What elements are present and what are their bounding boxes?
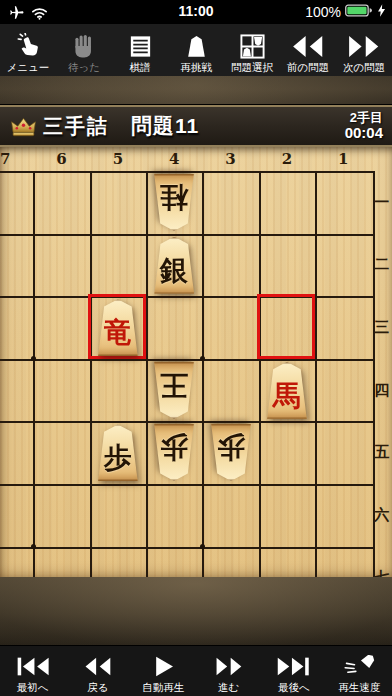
- file-label-2: 2: [259, 147, 315, 171]
- square-34[interactable]: [204, 361, 260, 424]
- rewind-icon: [289, 31, 326, 61]
- square-25[interactable]: [261, 423, 317, 486]
- piece-glyph: 歩: [104, 433, 132, 472]
- toolbar-item-back[interactable]: 戻る: [65, 646, 130, 696]
- toolbar-item-label: 再生速度: [338, 681, 380, 693]
- skip-end-icon: [276, 651, 311, 681]
- toolbar-item-speed[interactable]: 再生速度: [327, 646, 392, 696]
- square-64[interactable]: [35, 361, 91, 424]
- piece-glyph: 歩: [160, 433, 188, 472]
- toolbar-item-label: 進む: [218, 681, 239, 693]
- square-47[interactable]: [148, 549, 204, 577]
- problem-header: 三手詰 問題11 2手目 00:04: [0, 105, 392, 147]
- square-46[interactable]: [148, 486, 204, 549]
- square-63[interactable]: [35, 298, 91, 361]
- square-77[interactable]: [0, 549, 35, 577]
- grid-pieces-icon: [239, 31, 266, 61]
- square-61[interactable]: [35, 173, 91, 236]
- toolbar-item-label: 最初へ: [17, 681, 49, 693]
- toolbar-item-label: 最後へ: [278, 681, 310, 693]
- toolbar-item-kifu[interactable]: 棋譜: [112, 24, 168, 76]
- toolbar-item-label: 戻る: [87, 681, 108, 693]
- open-hand-icon: [71, 31, 98, 61]
- square-73[interactable]: [0, 298, 35, 361]
- square-75[interactable]: [0, 423, 35, 486]
- app-screen: 11:00 100% メニュー待った棋譜再挑戦問題選択前の問題次の問題: [0, 0, 392, 696]
- square-22[interactable]: [261, 236, 317, 299]
- toolbar-item-undo[interactable]: 待った: [56, 24, 112, 76]
- problem-category: 三手詰: [43, 113, 109, 140]
- file-label-5: 5: [90, 147, 146, 171]
- square-56[interactable]: [92, 486, 148, 549]
- toolbar-item-label: 前の問題: [287, 61, 329, 73]
- toolbar-item-label: 次の問題: [343, 61, 385, 73]
- square-16[interactable]: [317, 486, 373, 549]
- file-label-4: 4: [146, 147, 202, 171]
- square-72[interactable]: [0, 236, 35, 299]
- square-36[interactable]: [204, 486, 260, 549]
- record-list-icon: [127, 31, 154, 61]
- piece-45-歩[interactable]: 歩: [151, 424, 197, 481]
- toolbar-item-autoplay[interactable]: 自動再生: [131, 646, 196, 696]
- square-52[interactable]: [92, 236, 148, 299]
- star-point: [200, 544, 205, 549]
- file-label-7: 7: [0, 147, 33, 171]
- piece-glyph: 桂: [160, 183, 188, 222]
- piece-glyph: 竜: [104, 308, 132, 347]
- file-label-1: 1: [315, 147, 371, 171]
- piece-53-竜[interactable]: 竜: [95, 299, 141, 356]
- toolbar-item-label: 問題選択: [231, 61, 273, 73]
- square-26[interactable]: [261, 486, 317, 549]
- rewind-icon: [82, 651, 114, 681]
- file-label-6: 6: [33, 147, 89, 171]
- piece-glyph: 銀: [160, 246, 188, 285]
- toolbar-item-menu[interactable]: メニュー: [0, 24, 56, 76]
- square-12[interactable]: [317, 236, 373, 299]
- piece-glyph: 馬: [273, 371, 301, 410]
- move-counter: 2手目: [345, 111, 383, 125]
- star-point: [31, 544, 36, 549]
- square-57[interactable]: [92, 549, 148, 577]
- piece-glyph: 王: [160, 371, 188, 410]
- battery-percent: 100%: [305, 4, 341, 20]
- square-31[interactable]: [204, 173, 260, 236]
- crown-icon: [10, 115, 37, 138]
- square-66[interactable]: [35, 486, 91, 549]
- play-icon: [150, 651, 177, 681]
- square-71[interactable]: [0, 173, 35, 236]
- piece-44-王[interactable]: 王: [151, 362, 197, 419]
- fast-forward-icon: [213, 651, 245, 681]
- square-76[interactable]: [0, 486, 35, 549]
- square-67[interactable]: [35, 549, 91, 577]
- background-texture-bottom: [0, 577, 392, 645]
- square-54[interactable]: [92, 361, 148, 424]
- background-texture-top: [0, 76, 392, 105]
- status-bar: 11:00 100%: [0, 0, 392, 24]
- toolbar-item-select[interactable]: 問題選択: [224, 24, 280, 76]
- square-62[interactable]: [35, 236, 91, 299]
- square-43[interactable]: [148, 298, 204, 361]
- charging-bolt-icon: [377, 4, 386, 20]
- piece-24-馬[interactable]: 馬: [264, 362, 310, 419]
- square-74[interactable]: [0, 361, 35, 424]
- skip-start-icon: [15, 651, 50, 681]
- toolbar-item-label: 再挑戦: [180, 61, 212, 73]
- battery-icon: [345, 4, 373, 20]
- tap-hand-icon: [15, 31, 42, 61]
- square-13[interactable]: [317, 298, 373, 361]
- square-37[interactable]: [204, 549, 260, 577]
- toolbar-item-label: メニュー: [7, 61, 50, 73]
- timer: 00:04: [345, 125, 383, 142]
- piece-glyph: 歩: [217, 433, 245, 472]
- square-33[interactable]: [204, 298, 260, 361]
- square-32[interactable]: [204, 236, 260, 299]
- square-27[interactable]: [261, 549, 317, 577]
- toolbar-item-first[interactable]: 最初へ: [0, 646, 65, 696]
- toolbar-item-label: 待った: [68, 61, 100, 73]
- square-14[interactable]: [317, 361, 373, 424]
- toolbar-item-next[interactable]: 次の問題: [336, 24, 392, 76]
- piece-55-歩[interactable]: 歩: [95, 424, 141, 481]
- toolbar-item-retry[interactable]: 再挑戦: [168, 24, 224, 76]
- square-65[interactable]: [35, 423, 91, 486]
- toolbar-item-prev[interactable]: 前の問題: [280, 24, 336, 76]
- last-move-highlight-23: [257, 294, 315, 359]
- square-21[interactable]: [261, 173, 317, 236]
- square-17[interactable]: [317, 549, 373, 577]
- forward-icon: [345, 31, 382, 61]
- board: 7654321一二三四五六七桂銀竜王馬歩歩歩: [0, 147, 392, 577]
- square-51[interactable]: [92, 173, 148, 236]
- piece-35-歩[interactable]: 歩: [208, 424, 254, 481]
- piece-icon: [183, 31, 210, 61]
- problem-number: 問題11: [131, 112, 199, 140]
- toolbar-item-label: 棋譜: [130, 61, 151, 73]
- top-toolbar: メニュー待った棋譜再挑戦問題選択前の問題次の問題: [0, 24, 392, 77]
- toolbar-item-last[interactable]: 最後へ: [261, 646, 326, 696]
- piece-41-桂[interactable]: 桂: [151, 174, 197, 231]
- toolbar-item-label: 自動再生: [142, 681, 184, 693]
- speed-piece-icon: [343, 651, 375, 681]
- file-label-3: 3: [202, 147, 258, 171]
- square-11[interactable]: [317, 173, 373, 236]
- square-15[interactable]: [317, 423, 373, 486]
- bottom-toolbar: 最初へ戻る自動再生進む最後へ再生速度: [0, 645, 392, 696]
- piece-42-銀[interactable]: 銀: [151, 237, 197, 294]
- toolbar-item-forward[interactable]: 進む: [196, 646, 261, 696]
